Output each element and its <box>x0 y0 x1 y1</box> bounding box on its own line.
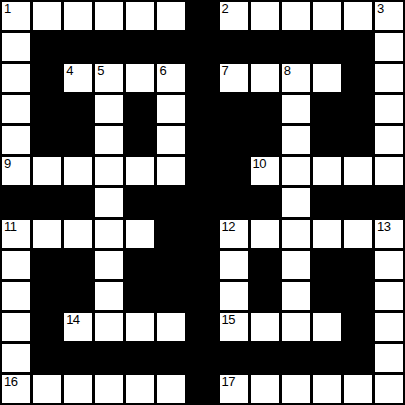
cell-r5c4[interactable] <box>126 157 154 185</box>
cell-r11c11 <box>344 344 372 372</box>
cell-r11c9 <box>282 344 310 372</box>
cell-r5c9[interactable] <box>282 157 310 185</box>
cell-r10c1 <box>33 313 61 341</box>
cell-r1c11 <box>344 33 372 61</box>
cell-r8c10 <box>313 251 341 279</box>
cell-r8c9[interactable] <box>282 251 310 279</box>
cell-r2c2[interactable]: 4 <box>64 64 92 92</box>
cell-r0c2[interactable] <box>64 2 92 30</box>
cell-r12c4[interactable] <box>126 375 154 403</box>
cell-r11c3 <box>95 344 123 372</box>
cell-r3c9[interactable] <box>282 95 310 123</box>
cell-r1c0[interactable] <box>2 33 30 61</box>
cell-r5c6 <box>188 157 216 185</box>
cell-r10c7[interactable]: 15 <box>220 313 248 341</box>
cell-r4c9[interactable] <box>282 126 310 154</box>
cell-r4c11 <box>344 126 372 154</box>
cell-r10c5[interactable] <box>157 313 185 341</box>
cell-r2c1 <box>33 64 61 92</box>
cell-r8c1 <box>33 251 61 279</box>
cell-r3c12[interactable] <box>375 95 403 123</box>
cell-r8c7[interactable] <box>220 251 248 279</box>
clue-number-5: 5 <box>97 64 104 78</box>
cell-r0c4[interactable] <box>126 2 154 30</box>
cell-r3c7 <box>220 95 248 123</box>
cell-r2c6 <box>188 64 216 92</box>
cell-r7c8[interactable] <box>251 220 279 248</box>
clue-number-8: 8 <box>284 64 291 78</box>
cell-r9c10 <box>313 282 341 310</box>
cell-r7c5 <box>157 220 185 248</box>
clue-number-10: 10 <box>253 157 266 171</box>
cell-r7c3[interactable] <box>95 220 123 248</box>
clue-number-2: 2 <box>222 2 229 16</box>
cell-r10c8[interactable] <box>251 313 279 341</box>
cell-r6c2 <box>64 188 92 216</box>
cell-r0c3[interactable] <box>95 2 123 30</box>
cell-r5c0[interactable]: 9 <box>2 157 30 185</box>
cell-r0c6 <box>188 2 216 30</box>
cell-r4c4 <box>126 126 154 154</box>
cell-r11c12[interactable] <box>375 344 403 372</box>
cell-r1c4 <box>126 33 154 61</box>
cell-r2c8[interactable] <box>251 64 279 92</box>
cell-r7c9[interactable] <box>282 220 310 248</box>
cell-r6c1 <box>33 188 61 216</box>
cell-r2c0[interactable] <box>2 64 30 92</box>
cell-r12c6 <box>188 375 216 403</box>
cell-r1c10 <box>313 33 341 61</box>
cell-r10c9[interactable] <box>282 313 310 341</box>
cell-r5c7 <box>220 157 248 185</box>
cell-r7c4[interactable] <box>126 220 154 248</box>
cell-r1c3 <box>95 33 123 61</box>
cell-r0c10[interactable] <box>313 2 341 30</box>
cell-r0c0[interactable]: 1 <box>2 2 30 30</box>
cell-r2c11 <box>344 64 372 92</box>
cell-r3c3[interactable] <box>95 95 123 123</box>
cell-r3c10 <box>313 95 341 123</box>
cell-r12c0[interactable]: 16 <box>2 375 30 403</box>
cell-r2c3[interactable]: 5 <box>95 64 123 92</box>
cell-r1c7 <box>220 33 248 61</box>
cell-r10c2[interactable]: 14 <box>64 313 92 341</box>
cell-r7c7[interactable]: 12 <box>220 220 248 248</box>
cell-r3c11 <box>344 95 372 123</box>
cell-r9c3[interactable] <box>95 282 123 310</box>
cell-r6c0 <box>2 188 30 216</box>
cell-r5c5[interactable] <box>157 157 185 185</box>
cell-r5c3[interactable] <box>95 157 123 185</box>
cell-r3c5[interactable] <box>157 95 185 123</box>
cell-r12c3[interactable] <box>95 375 123 403</box>
cell-r8c0[interactable] <box>2 251 30 279</box>
clue-number-13: 13 <box>377 220 390 234</box>
cell-r8c6 <box>188 251 216 279</box>
cell-r8c12[interactable] <box>375 251 403 279</box>
cell-r1c1 <box>33 33 61 61</box>
cell-r4c3[interactable] <box>95 126 123 154</box>
cell-r7c10[interactable] <box>313 220 341 248</box>
cell-r9c8 <box>251 282 279 310</box>
cell-r10c12[interactable] <box>375 313 403 341</box>
cell-r8c8 <box>251 251 279 279</box>
cell-r1c12[interactable] <box>375 33 403 61</box>
crossword-board: 1234567891011121314151617 <box>0 0 405 405</box>
cell-r3c1 <box>33 95 61 123</box>
cell-r11c1 <box>33 344 61 372</box>
cell-r6c10 <box>313 188 341 216</box>
cell-r2c12[interactable] <box>375 64 403 92</box>
cell-r4c8 <box>251 126 279 154</box>
cell-r2c5[interactable]: 6 <box>157 64 185 92</box>
cell-r9c7[interactable] <box>220 282 248 310</box>
cell-r12c5[interactable] <box>157 375 185 403</box>
cell-r11c10 <box>313 344 341 372</box>
cell-r4c0[interactable] <box>2 126 30 154</box>
cell-r6c7 <box>220 188 248 216</box>
cell-r11c8 <box>251 344 279 372</box>
cell-r6c5 <box>157 188 185 216</box>
cell-r7c12[interactable]: 13 <box>375 220 403 248</box>
cell-r8c5 <box>157 251 185 279</box>
cell-r12c10[interactable] <box>313 375 341 403</box>
cell-r3c8 <box>251 95 279 123</box>
cell-r7c11[interactable] <box>344 220 372 248</box>
cell-r0c5[interactable] <box>157 2 185 30</box>
cell-r12c1[interactable] <box>33 375 61 403</box>
cell-r5c2[interactable] <box>64 157 92 185</box>
cell-r7c1[interactable] <box>33 220 61 248</box>
cell-r10c11 <box>344 313 372 341</box>
cell-r3c2 <box>64 95 92 123</box>
cell-r12c7[interactable]: 17 <box>220 375 248 403</box>
clue-number-4: 4 <box>66 64 73 78</box>
clue-number-9: 9 <box>4 157 11 171</box>
cell-r6c4 <box>126 188 154 216</box>
cell-r10c3[interactable] <box>95 313 123 341</box>
cell-r12c9[interactable] <box>282 375 310 403</box>
cell-r2c4[interactable] <box>126 64 154 92</box>
cell-r5c1[interactable] <box>33 157 61 185</box>
cell-r4c7 <box>220 126 248 154</box>
cell-r8c11 <box>344 251 372 279</box>
cell-r11c2 <box>64 344 92 372</box>
cell-r5c12[interactable] <box>375 157 403 185</box>
cell-r11c0[interactable] <box>2 344 30 372</box>
clue-number-1: 1 <box>4 2 11 16</box>
cell-r2c9[interactable]: 8 <box>282 64 310 92</box>
cell-r12c12[interactable] <box>375 375 403 403</box>
cell-r10c10[interactable] <box>313 313 341 341</box>
cell-r7c0[interactable]: 11 <box>2 220 30 248</box>
cell-r0c8[interactable] <box>251 2 279 30</box>
cell-r4c10 <box>313 126 341 154</box>
cell-r5c8[interactable]: 10 <box>251 157 279 185</box>
cell-r9c11 <box>344 282 372 310</box>
cell-r6c8 <box>251 188 279 216</box>
cell-r9c4 <box>126 282 154 310</box>
cell-r3c4 <box>126 95 154 123</box>
cell-r9c6 <box>188 282 216 310</box>
cell-r11c7 <box>220 344 248 372</box>
cell-r10c0[interactable] <box>2 313 30 341</box>
cell-r1c6 <box>188 33 216 61</box>
clue-number-3: 3 <box>377 2 384 16</box>
cell-r4c2 <box>64 126 92 154</box>
cell-r10c6 <box>188 313 216 341</box>
cell-r3c0[interactable] <box>2 95 30 123</box>
cell-r9c5 <box>157 282 185 310</box>
cell-r1c5 <box>157 33 185 61</box>
cell-r1c8 <box>251 33 279 61</box>
cell-r12c8[interactable] <box>251 375 279 403</box>
cell-r4c6 <box>188 126 216 154</box>
cell-r10c4[interactable] <box>126 313 154 341</box>
cell-r6c12 <box>375 188 403 216</box>
cell-r6c6 <box>188 188 216 216</box>
cell-r9c9[interactable] <box>282 282 310 310</box>
clue-number-17: 17 <box>222 375 235 389</box>
cell-r11c4 <box>126 344 154 372</box>
cell-r6c3[interactable] <box>95 188 123 216</box>
cell-r9c12[interactable] <box>375 282 403 310</box>
cell-r4c5[interactable] <box>157 126 185 154</box>
cell-r0c9[interactable] <box>282 2 310 30</box>
cell-r6c9[interactable] <box>282 188 310 216</box>
cell-r0c1[interactable] <box>33 2 61 30</box>
cell-r4c1 <box>33 126 61 154</box>
cell-r5c11[interactable] <box>344 157 372 185</box>
clue-number-15: 15 <box>222 313 235 327</box>
clue-number-12: 12 <box>222 220 235 234</box>
cell-r9c2 <box>64 282 92 310</box>
cell-r9c0[interactable] <box>2 282 30 310</box>
cell-r7c6 <box>188 220 216 248</box>
cell-r7c2[interactable] <box>64 220 92 248</box>
cell-r1c2 <box>64 33 92 61</box>
clue-number-7: 7 <box>222 64 229 78</box>
cell-r0c11[interactable] <box>344 2 372 30</box>
cell-r4c12[interactable] <box>375 126 403 154</box>
clue-number-6: 6 <box>159 64 166 78</box>
cell-r8c4 <box>126 251 154 279</box>
clue-number-11: 11 <box>4 220 17 234</box>
cell-r8c3[interactable] <box>95 251 123 279</box>
cell-r11c6 <box>188 344 216 372</box>
cell-r11c5 <box>157 344 185 372</box>
cell-r12c11[interactable] <box>344 375 372 403</box>
cell-r3c6 <box>188 95 216 123</box>
cell-r9c1 <box>33 282 61 310</box>
cell-r0c7[interactable]: 2 <box>220 2 248 30</box>
cell-r12c2[interactable] <box>64 375 92 403</box>
cell-r0c12[interactable]: 3 <box>375 2 403 30</box>
cell-r6c11 <box>344 188 372 216</box>
clue-number-16: 16 <box>4 375 17 389</box>
cell-r8c2 <box>64 251 92 279</box>
clue-number-14: 14 <box>66 313 79 327</box>
cell-r2c7[interactable]: 7 <box>220 64 248 92</box>
cell-r1c9 <box>282 33 310 61</box>
cell-r5c10[interactable] <box>313 157 341 185</box>
cell-r2c10[interactable] <box>313 64 341 92</box>
